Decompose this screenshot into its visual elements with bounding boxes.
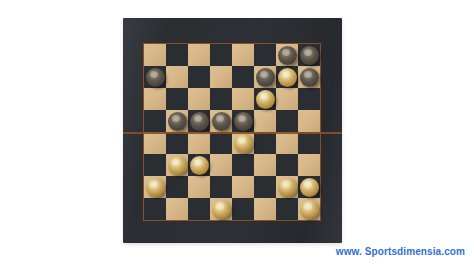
square-g4[interactable]: [276, 132, 298, 154]
square-g7[interactable]: [276, 66, 298, 88]
square-b6[interactable]: [166, 88, 188, 110]
square-g5[interactable]: [276, 110, 298, 132]
checker-gold[interactable]: [278, 178, 297, 197]
square-a8[interactable]: [144, 44, 166, 66]
square-g6[interactable]: [276, 88, 298, 110]
square-e8[interactable]: [232, 44, 254, 66]
square-d2[interactable]: [210, 176, 232, 198]
square-b2[interactable]: [166, 176, 188, 198]
square-c3[interactable]: [188, 154, 210, 176]
checker-gold[interactable]: [212, 200, 231, 219]
checker-gold[interactable]: [300, 200, 319, 219]
checker-gold[interactable]: [278, 68, 297, 87]
square-f3[interactable]: [254, 154, 276, 176]
square-f5[interactable]: [254, 110, 276, 132]
square-a3[interactable]: [144, 154, 166, 176]
square-e4[interactable]: [232, 132, 254, 154]
square-h5[interactable]: [298, 110, 320, 132]
square-g8[interactable]: [276, 44, 298, 66]
square-b5[interactable]: [166, 110, 188, 132]
square-a1[interactable]: [144, 198, 166, 220]
square-e1[interactable]: [232, 198, 254, 220]
checkers-board: [123, 18, 342, 243]
checker-dark[interactable]: [300, 68, 319, 87]
square-b3[interactable]: [166, 154, 188, 176]
checker-gold[interactable]: [146, 178, 165, 197]
checker-dark[interactable]: [190, 112, 209, 131]
checker-dark[interactable]: [212, 112, 231, 131]
square-d3[interactable]: [210, 154, 232, 176]
square-b1[interactable]: [166, 198, 188, 220]
checker-dark[interactable]: [256, 68, 275, 87]
square-e2[interactable]: [232, 176, 254, 198]
square-h1[interactable]: [298, 198, 320, 220]
checker-dark[interactable]: [300, 46, 319, 65]
square-h4[interactable]: [298, 132, 320, 154]
square-c4[interactable]: [188, 132, 210, 154]
checker-dark[interactable]: [278, 46, 297, 65]
square-a7[interactable]: [144, 66, 166, 88]
square-e5[interactable]: [232, 110, 254, 132]
square-a2[interactable]: [144, 176, 166, 198]
board-fold-seam: [123, 132, 342, 134]
checker-dark[interactable]: [168, 112, 187, 131]
square-d1[interactable]: [210, 198, 232, 220]
square-f4[interactable]: [254, 132, 276, 154]
square-a4[interactable]: [144, 132, 166, 154]
square-g3[interactable]: [276, 154, 298, 176]
square-h7[interactable]: [298, 66, 320, 88]
square-f6[interactable]: [254, 88, 276, 110]
square-c5[interactable]: [188, 110, 210, 132]
square-a6[interactable]: [144, 88, 166, 110]
square-b8[interactable]: [166, 44, 188, 66]
square-h3[interactable]: [298, 154, 320, 176]
square-c2[interactable]: [188, 176, 210, 198]
checker-gold[interactable]: [300, 178, 319, 197]
square-g2[interactable]: [276, 176, 298, 198]
square-f1[interactable]: [254, 198, 276, 220]
checker-gold[interactable]: [168, 156, 187, 175]
square-d6[interactable]: [210, 88, 232, 110]
checker-gold[interactable]: [190, 156, 209, 175]
square-b4[interactable]: [166, 132, 188, 154]
square-f8[interactable]: [254, 44, 276, 66]
square-f2[interactable]: [254, 176, 276, 198]
square-a5[interactable]: [144, 110, 166, 132]
square-f7[interactable]: [254, 66, 276, 88]
square-c6[interactable]: [188, 88, 210, 110]
checker-gold[interactable]: [256, 90, 275, 109]
square-h6[interactable]: [298, 88, 320, 110]
square-d8[interactable]: [210, 44, 232, 66]
board-photo: www. Sportsdimensia.com: [0, 0, 474, 266]
square-g1[interactable]: [276, 198, 298, 220]
square-e6[interactable]: [232, 88, 254, 110]
square-b7[interactable]: [166, 66, 188, 88]
square-d7[interactable]: [210, 66, 232, 88]
square-h8[interactable]: [298, 44, 320, 66]
square-c8[interactable]: [188, 44, 210, 66]
square-e7[interactable]: [232, 66, 254, 88]
square-e3[interactable]: [232, 154, 254, 176]
square-d4[interactable]: [210, 132, 232, 154]
square-d5[interactable]: [210, 110, 232, 132]
checker-dark[interactable]: [234, 112, 253, 131]
square-h2[interactable]: [298, 176, 320, 198]
checker-gold[interactable]: [234, 134, 253, 153]
watermark-link[interactable]: www. Sportsdimensia.com: [336, 246, 465, 257]
square-c1[interactable]: [188, 198, 210, 220]
square-c7[interactable]: [188, 66, 210, 88]
checker-dark[interactable]: [146, 68, 165, 87]
